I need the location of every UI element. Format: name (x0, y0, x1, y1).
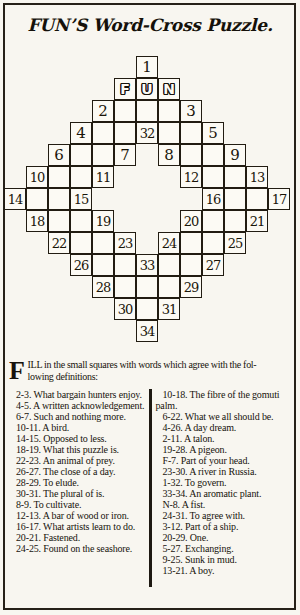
puzzle-page: FUN’S Word-Cross Puzzle. 1FUN23432567891… (0, 0, 300, 615)
clue-3-12: 3-12. Part of a ship. (156, 521, 292, 532)
clue-16-17: 16-17. What artists learn to do. (9, 521, 147, 532)
clue-20-29: 20-29. One. (156, 532, 292, 543)
cell-r3c6[interactable] (114, 100, 136, 122)
cell-9[interactable]: 9 (224, 144, 246, 166)
cell-r9c10[interactable] (202, 232, 224, 254)
clue-23-30: 23-30. A river in Russia. (156, 466, 292, 477)
clue-33-34: 33-34. An aromatic plant. (156, 488, 292, 499)
cell-28[interactable]: 28 (92, 276, 114, 298)
cell-20[interactable]: 20 (180, 210, 202, 232)
clue-24-31: 24-31. To agree with. (156, 510, 292, 521)
cell-3[interactable]: 3 (180, 100, 202, 122)
cell-22[interactable]: 22 (48, 232, 70, 254)
cell-26[interactable]: 26 (70, 254, 92, 276)
cell-r11c7[interactable] (136, 276, 158, 298)
clue-14-15: 14-15. Opposed to less. (9, 433, 147, 444)
cell-8[interactable]: 8 (158, 144, 180, 166)
cell-16[interactable]: 16 (202, 188, 224, 210)
cell-13[interactable]: 13 (246, 166, 268, 188)
instructions-dropcap: F (9, 360, 25, 382)
cell-11[interactable]: 11 (92, 166, 114, 188)
cell-r9c9[interactable] (180, 232, 202, 254)
cell-r7c2[interactable] (26, 188, 48, 210)
clue-12-13: 12-13. A bar of wood or iron. (9, 510, 147, 521)
cell-r12c7[interactable] (136, 298, 158, 320)
cell-23[interactable]: 23 (114, 232, 136, 254)
clue-6-22: 6-22. What we all should be. (156, 411, 292, 422)
cell-r5c5[interactable] (92, 144, 114, 166)
cell-r10c9[interactable] (180, 254, 202, 276)
clue-4-26: 4-26. A day dream. (156, 422, 292, 433)
cell-31[interactable]: 31 (158, 298, 180, 320)
clue-13-21: 13-21. A boy. (156, 565, 292, 576)
clue-10-11: 10-11. A bird. (9, 422, 147, 433)
word-cross-grid: 1FUN234325678910111213141516171819202122… (4, 56, 290, 342)
cell-F[interactable]: F (114, 78, 136, 100)
cell-7[interactable]: 7 (114, 144, 136, 166)
cell-r10c6[interactable] (114, 254, 136, 276)
clue-18-19: 18-19. What this puzzle is. (9, 444, 147, 455)
cell-r5c4[interactable] (70, 144, 92, 166)
clue-30-31: 30-31. The plural of is. (9, 488, 147, 499)
cell-r8c4[interactable] (70, 210, 92, 232)
clue-10-18: 10-18. The fibre of the gomuti palm. (156, 389, 292, 411)
clue-26-27: 26-27. The close of a day. (9, 466, 147, 477)
cell-r7c11[interactable] (224, 188, 246, 210)
clue-N-8: N-8. A fist. (156, 499, 292, 510)
clues-section: 2-3. What bargain hunters enjoy.4-5. A w… (9, 389, 292, 587)
cell-12[interactable]: 12 (180, 166, 202, 188)
cell-30[interactable]: 30 (114, 298, 136, 320)
instructions-line-1: ILL in the small squares with words whic… (9, 359, 295, 371)
clue-28-29: 28-29. To elude. (9, 477, 147, 488)
cell-r4c5[interactable] (92, 122, 114, 144)
clue-19-28: 19-28. A pigeon. (156, 444, 292, 455)
clue-24-25: 24-25. Found on the seashore. (9, 543, 147, 554)
clue-6-7: 6-7. Such and nothing more. (9, 411, 147, 422)
clue-F-7: F-7. Part of your head. (156, 455, 292, 466)
clue-2-11: 2-11. A talon. (156, 433, 292, 444)
clue-4-5: 4-5. A written acknowledge­ment. (9, 400, 147, 411)
cell-r6c10[interactable] (202, 166, 224, 188)
cell-r11c6[interactable] (114, 276, 136, 298)
cell-r5c9[interactable] (180, 144, 202, 166)
cell-r9c4[interactable] (70, 232, 92, 254)
cell-17[interactable]: 17 (268, 188, 290, 210)
cell-1[interactable]: 1 (136, 56, 158, 78)
cell-19[interactable]: 19 (92, 210, 114, 232)
cell-5[interactable]: 5 (202, 122, 224, 144)
clue-1-32: 1-32. To govern. (156, 477, 292, 488)
cell-r3c8[interactable] (158, 100, 180, 122)
cell-25[interactable]: 25 (224, 232, 246, 254)
cell-21[interactable]: 21 (246, 210, 268, 232)
cell-N[interactable]: N (158, 78, 180, 100)
cell-r9c5[interactable] (92, 232, 114, 254)
cell-32[interactable]: 32 (136, 122, 158, 144)
cell-r4c6[interactable] (114, 122, 136, 144)
clues-left-column: 2-3. What bargain hunters enjoy.4-5. A w… (9, 389, 147, 554)
cell-34[interactable]: 34 (136, 320, 158, 342)
clue-20-21: 20-21. Fastened. (9, 532, 147, 543)
cell-r3c7[interactable] (136, 100, 158, 122)
cell-r5c10[interactable] (202, 144, 224, 166)
instructions: F ILL in the small squares with words wh… (9, 359, 295, 383)
cell-4[interactable]: 4 (70, 122, 92, 144)
clues-right-column: 10-18. The fibre of the gomuti palm.6-22… (156, 389, 292, 576)
cell-r6c3[interactable] (48, 166, 70, 188)
cell-r7c12[interactable] (246, 188, 268, 210)
clue-9-25: 9-25. Sunk in mud. (156, 554, 292, 565)
clue-5-27: 5-27. Exchanging. (156, 543, 292, 554)
cell-r10c8[interactable] (158, 254, 180, 276)
cell-10[interactable]: 10 (26, 166, 48, 188)
instructions-line-2: lowing definitions: (9, 371, 295, 383)
cell-r8c11[interactable] (224, 210, 246, 232)
cell-r8c3[interactable] (48, 210, 70, 232)
puzzle-title: FUN’S Word-Cross Puzzle. (0, 15, 300, 35)
cell-r6c4[interactable] (70, 166, 92, 188)
cell-r6c11[interactable] (224, 166, 246, 188)
cell-6[interactable]: 6 (48, 144, 70, 166)
cell-U[interactable]: U (136, 78, 158, 100)
cell-r4c9[interactable] (180, 122, 202, 144)
cell-14[interactable]: 14 (4, 188, 26, 210)
cell-r11c8[interactable] (158, 276, 180, 298)
cell-r7c3[interactable] (48, 188, 70, 210)
cell-r4c8[interactable] (158, 122, 180, 144)
cell-r8c10[interactable] (202, 210, 224, 232)
cell-24[interactable]: 24 (158, 232, 180, 254)
cell-18[interactable]: 18 (26, 210, 48, 232)
cell-2[interactable]: 2 (92, 100, 114, 122)
cell-27[interactable]: 27 (202, 254, 224, 276)
clue-8-9: 8-9. To cultivate. (9, 499, 147, 510)
clue-column-divider (149, 389, 152, 587)
clue-22-23: 22-23. An animal of prey. (9, 455, 147, 466)
cell-r10c5[interactable] (92, 254, 114, 276)
clue-2-3: 2-3. What bargain hunters enjoy. (9, 389, 147, 400)
cell-33[interactable]: 33 (136, 254, 158, 276)
cell-29[interactable]: 29 (180, 276, 202, 298)
cell-15[interactable]: 15 (70, 188, 92, 210)
